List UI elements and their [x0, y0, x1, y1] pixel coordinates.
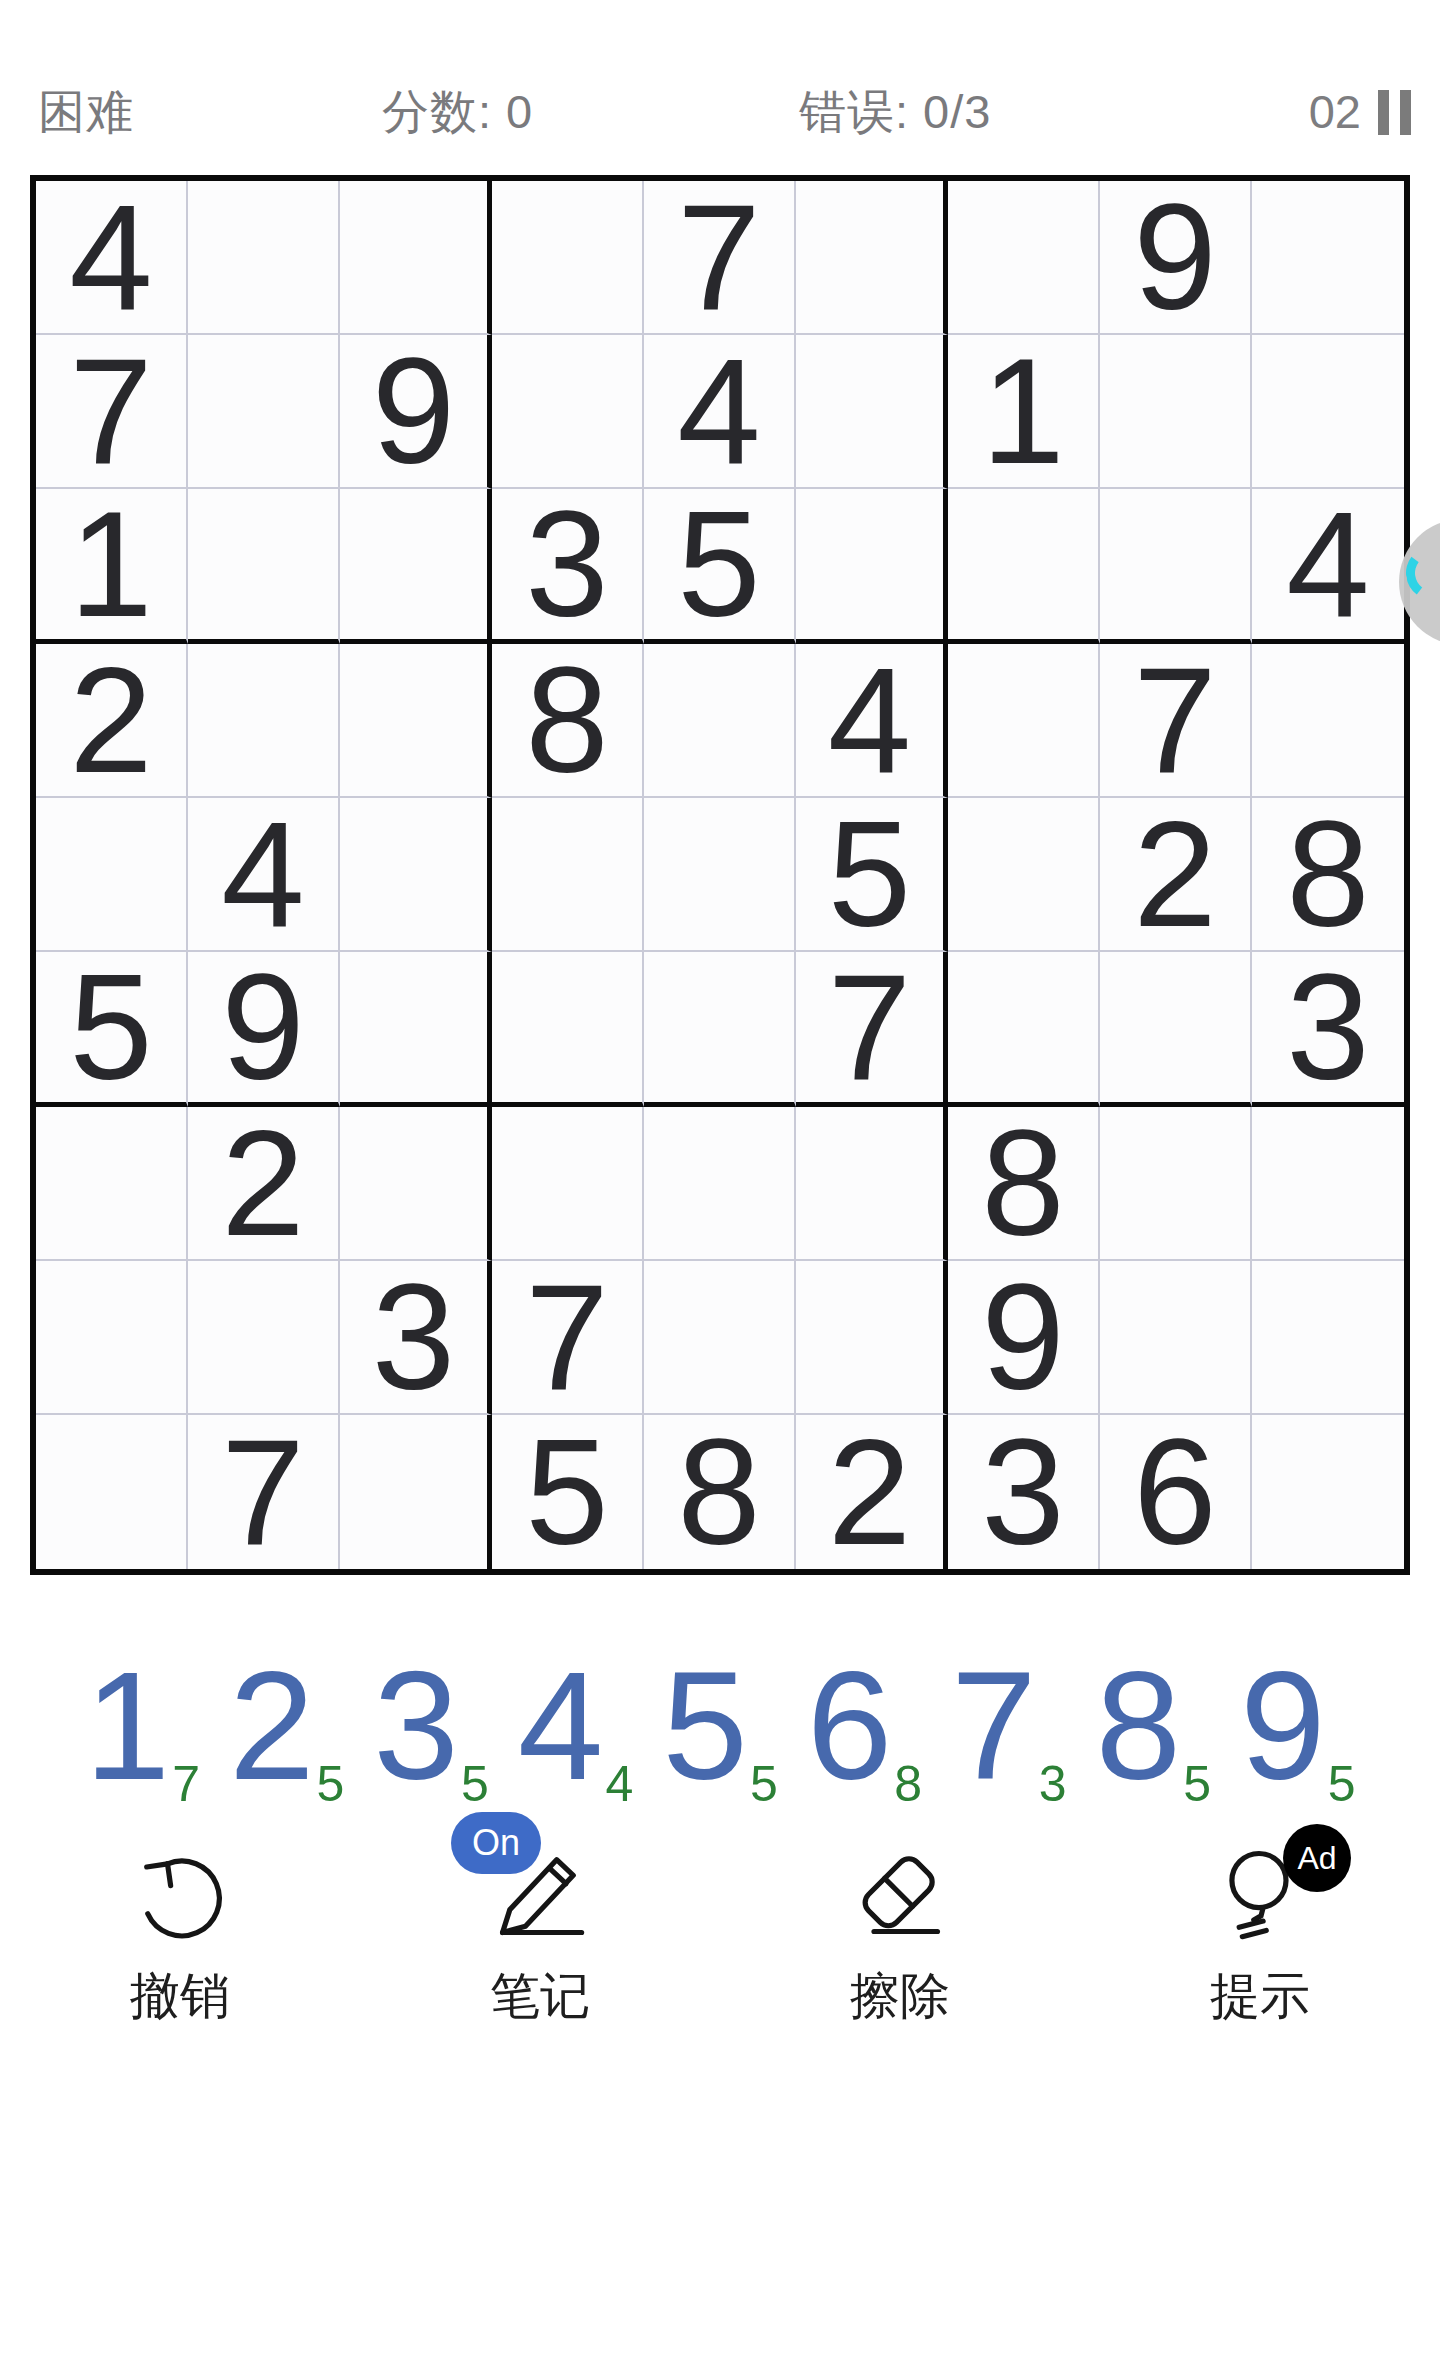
cell-r6c1[interactable]: 5 [36, 952, 188, 1107]
timer-group: 02 [1309, 82, 1411, 142]
hint-label: 提示 [1210, 1968, 1310, 2024]
cell-r3c8[interactable] [1100, 489, 1252, 644]
numpad-key-5[interactable]: 55 [648, 1628, 792, 1803]
cell-r8c2[interactable] [188, 1261, 340, 1415]
numpad-digit: 3 [373, 1649, 459, 1803]
cell-r2c7[interactable]: 1 [948, 335, 1100, 489]
cell-r4c4[interactable]: 8 [492, 644, 644, 798]
cell-r2c6[interactable] [796, 335, 948, 489]
cell-r3c2[interactable] [188, 489, 340, 644]
lightbulb-icon: Ad [1195, 1828, 1325, 1958]
cell-r1c3[interactable] [340, 181, 492, 335]
cell-r4c6[interactable]: 4 [796, 644, 948, 798]
cell-r5c4[interactable] [492, 798, 644, 952]
cell-r2c1[interactable]: 7 [36, 335, 188, 489]
cell-r7c8[interactable] [1100, 1107, 1252, 1261]
numpad-digit: 6 [807, 1649, 893, 1803]
cell-r6c3[interactable] [340, 952, 492, 1107]
cell-r4c1[interactable]: 2 [36, 644, 188, 798]
numpad-key-9[interactable]: 95 [1226, 1628, 1370, 1803]
cell-r2c4[interactable] [492, 335, 644, 489]
cell-r4c3[interactable] [340, 644, 492, 798]
cell-r7c3[interactable] [340, 1107, 492, 1261]
numpad-digit: 9 [1240, 1649, 1326, 1803]
cell-r9c5[interactable]: 8 [644, 1415, 796, 1569]
toolbar: 撤销 On 笔记 [0, 1828, 1440, 2024]
cell-r7c2[interactable]: 2 [188, 1107, 340, 1261]
cell-r7c9[interactable] [1252, 1107, 1404, 1261]
eraser-icon [835, 1828, 965, 1958]
cell-r5c8[interactable]: 2 [1100, 798, 1252, 952]
cell-r3c7[interactable] [948, 489, 1100, 644]
erase-button[interactable]: 擦除 [720, 1828, 1080, 2024]
cell-r5c9[interactable]: 8 [1252, 798, 1404, 952]
cell-r5c5[interactable] [644, 798, 796, 952]
cell-r8c5[interactable] [644, 1261, 796, 1415]
cell-r2c5[interactable]: 4 [644, 335, 796, 489]
cell-r9c3[interactable] [340, 1415, 492, 1569]
cell-r4c5[interactable] [644, 644, 796, 798]
numpad-digit: 2 [229, 1649, 315, 1803]
cell-r4c8[interactable]: 7 [1100, 644, 1252, 798]
cell-r2c8[interactable] [1100, 335, 1252, 489]
cell-r8c6[interactable] [796, 1261, 948, 1415]
numpad-key-4[interactable]: 44 [503, 1628, 647, 1803]
cell-r6c6[interactable]: 7 [796, 952, 948, 1107]
numpad-remaining-count: 5 [750, 1759, 778, 1809]
cell-r9c4[interactable]: 5 [492, 1415, 644, 1569]
cell-r5c3[interactable] [340, 798, 492, 952]
cell-r9c2[interactable]: 7 [188, 1415, 340, 1569]
cell-r8c4[interactable]: 7 [492, 1261, 644, 1415]
numpad-key-2[interactable]: 25 [214, 1628, 358, 1803]
notes-button[interactable]: On 笔记 [360, 1828, 720, 2024]
mistakes-text: 错误: 0/3 [799, 82, 991, 142]
numpad-remaining-count: 5 [1183, 1759, 1211, 1809]
erase-label: 擦除 [850, 1968, 950, 2024]
cell-r2c9[interactable] [1252, 335, 1404, 489]
cell-r3c4[interactable]: 3 [492, 489, 644, 644]
cell-r8c3[interactable]: 3 [340, 1261, 492, 1415]
numpad-remaining-count: 8 [894, 1759, 922, 1809]
cell-r7c5[interactable] [644, 1107, 796, 1261]
cell-r3c5[interactable]: 5 [644, 489, 796, 644]
cell-r3c6[interactable] [796, 489, 948, 644]
cell-r7c6[interactable] [796, 1107, 948, 1261]
cell-r9c6[interactable]: 2 [796, 1415, 948, 1569]
hint-button[interactable]: Ad 提示 [1080, 1828, 1440, 2024]
numpad-digit: 4 [518, 1649, 604, 1803]
cell-r6c7[interactable] [948, 952, 1100, 1107]
cell-r4c2[interactable] [188, 644, 340, 798]
cell-r7c4[interactable] [492, 1107, 644, 1261]
cell-r2c2[interactable] [188, 335, 340, 489]
timer-value: 02 [1309, 82, 1361, 142]
cell-r1c8[interactable]: 9 [1100, 181, 1252, 335]
sudoku-app: 困难 分数: 0 错误: 0/3 02 47979411354284745285… [0, 0, 1440, 2377]
cell-r1c9[interactable] [1252, 181, 1404, 335]
numpad-digit: 8 [1096, 1649, 1182, 1803]
pause-icon[interactable] [1378, 82, 1411, 142]
cell-r6c8[interactable] [1100, 952, 1252, 1107]
numpad-remaining-count: 5 [317, 1759, 345, 1809]
notes-label: 笔记 [490, 1968, 590, 2024]
cell-r1c7[interactable] [948, 181, 1100, 335]
cell-r7c7[interactable]: 8 [948, 1107, 1100, 1261]
cell-r5c6[interactable]: 5 [796, 798, 948, 952]
cell-r4c7[interactable] [948, 644, 1100, 798]
notes-on-badge: On [451, 1812, 541, 1874]
cell-r5c1[interactable] [36, 798, 188, 952]
undo-label: 撤销 [130, 1968, 230, 2024]
cell-r9c8[interactable]: 6 [1100, 1415, 1252, 1569]
cell-r6c2[interactable]: 9 [188, 952, 340, 1107]
numpad-key-6[interactable]: 68 [792, 1628, 936, 1803]
sudoku-board: 4797941135428474528597328379758236 [30, 175, 1410, 1575]
cell-r3c3[interactable] [340, 489, 492, 644]
cell-r9c9[interactable] [1252, 1415, 1404, 1569]
cell-r3c1[interactable]: 1 [36, 489, 188, 644]
undo-icon [115, 1828, 245, 1958]
numpad-remaining-count: 3 [1039, 1759, 1067, 1809]
cell-r4c9[interactable] [1252, 644, 1404, 798]
cell-r3c9[interactable]: 4 [1252, 489, 1404, 644]
undo-button[interactable]: 撤销 [0, 1828, 360, 2024]
numpad-key-8[interactable]: 85 [1081, 1628, 1225, 1803]
cell-r1c5[interactable]: 7 [644, 181, 796, 335]
cell-r8c8[interactable] [1100, 1261, 1252, 1415]
cell-r7c1[interactable] [36, 1107, 188, 1261]
numpad-key-3[interactable]: 35 [359, 1628, 503, 1803]
cell-r5c2[interactable]: 4 [188, 798, 340, 952]
numpad-remaining-count: 5 [1328, 1759, 1356, 1809]
numpad-key-7[interactable]: 73 [937, 1628, 1081, 1803]
cell-r8c7[interactable]: 9 [948, 1261, 1100, 1415]
number-pad: 172535445568738595 [70, 1628, 1370, 1803]
cell-r9c7[interactable]: 3 [948, 1415, 1100, 1569]
cell-r9c1[interactable] [36, 1415, 188, 1569]
cell-r5c7[interactable] [948, 798, 1100, 952]
numpad-digit: 7 [951, 1649, 1037, 1803]
numpad-key-1[interactable]: 17 [70, 1628, 214, 1803]
numpad-remaining-count: 7 [172, 1759, 200, 1809]
cell-r6c5[interactable] [644, 952, 796, 1107]
cell-r8c1[interactable] [36, 1261, 188, 1415]
cell-r2c3[interactable]: 9 [340, 335, 492, 489]
cell-r1c2[interactable] [188, 181, 340, 335]
difficulty-label: 困难 [38, 82, 134, 142]
hint-ad-badge: Ad [1283, 1824, 1351, 1892]
header-bar: 困难 分数: 0 错误: 0/3 02 [0, 82, 1440, 142]
cell-r1c6[interactable] [796, 181, 948, 335]
numpad-remaining-count: 4 [605, 1759, 633, 1809]
cell-r1c1[interactable]: 4 [36, 181, 188, 335]
numpad-remaining-count: 5 [461, 1759, 489, 1809]
numpad-digit: 1 [84, 1649, 170, 1803]
cell-r6c9[interactable]: 3 [1252, 952, 1404, 1107]
pencil-icon: On [475, 1828, 605, 1958]
numpad-digit: 5 [662, 1649, 748, 1803]
cell-r6c4[interactable] [492, 952, 644, 1107]
score-text: 分数: 0 [382, 82, 533, 142]
cell-r1c4[interactable] [492, 181, 644, 335]
cell-r8c9[interactable] [1252, 1261, 1404, 1415]
